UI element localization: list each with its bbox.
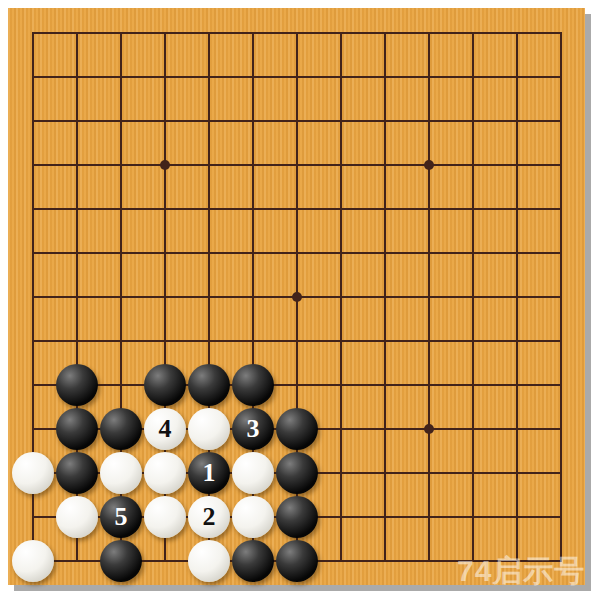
white-stone bbox=[232, 452, 274, 494]
black-stone bbox=[144, 364, 186, 406]
black-stone: 3 bbox=[232, 408, 274, 450]
black-stone bbox=[100, 540, 142, 582]
black-stone bbox=[276, 496, 318, 538]
board-intersection bbox=[231, 363, 275, 407]
white-stone: 4 bbox=[144, 408, 186, 450]
black-stone bbox=[56, 408, 98, 450]
board-intersection bbox=[231, 451, 275, 495]
move-number-label: 1 bbox=[203, 460, 216, 486]
go-board[interactable]: 43152 bbox=[8, 8, 585, 585]
board-intersection bbox=[187, 539, 231, 583]
move-number-label: 3 bbox=[247, 416, 260, 442]
move-number-label: 4 bbox=[159, 416, 172, 442]
white-stone bbox=[144, 452, 186, 494]
board-intersection bbox=[143, 451, 187, 495]
white-stone bbox=[12, 452, 54, 494]
board-intersection bbox=[99, 539, 143, 583]
move-number-label: 5 bbox=[115, 504, 128, 530]
black-stone bbox=[100, 408, 142, 450]
board-intersection bbox=[99, 451, 143, 495]
board-intersection: 5 bbox=[99, 495, 143, 539]
white-stone bbox=[188, 540, 230, 582]
black-stone: 5 bbox=[100, 496, 142, 538]
board-intersection bbox=[55, 363, 99, 407]
board-intersection bbox=[143, 495, 187, 539]
black-stone bbox=[232, 364, 274, 406]
white-stone bbox=[144, 496, 186, 538]
black-stone bbox=[232, 540, 274, 582]
board-intersection: 4 bbox=[143, 407, 187, 451]
go-diagram: 43152 74启示号 bbox=[0, 0, 600, 600]
board-intersection bbox=[275, 451, 319, 495]
board-intersection bbox=[99, 407, 143, 451]
board-intersection bbox=[231, 495, 275, 539]
black-stone bbox=[276, 452, 318, 494]
board-intersection: 3 bbox=[231, 407, 275, 451]
white-stone: 2 bbox=[188, 496, 230, 538]
white-stone bbox=[12, 540, 54, 582]
black-stone bbox=[56, 452, 98, 494]
white-stone bbox=[100, 452, 142, 494]
board-intersection bbox=[275, 495, 319, 539]
black-stone: 1 bbox=[188, 452, 230, 494]
board-intersection bbox=[55, 451, 99, 495]
board-intersection bbox=[11, 539, 55, 583]
white-stone bbox=[188, 408, 230, 450]
board-intersection bbox=[231, 539, 275, 583]
board-intersection bbox=[275, 407, 319, 451]
stones-layer: 43152 bbox=[11, 11, 583, 583]
board-intersection bbox=[11, 451, 55, 495]
board-intersection bbox=[55, 407, 99, 451]
board-intersection bbox=[55, 495, 99, 539]
black-stone bbox=[56, 364, 98, 406]
black-stone bbox=[276, 408, 318, 450]
board-intersection bbox=[187, 407, 231, 451]
white-stone bbox=[56, 496, 98, 538]
board-intersection bbox=[275, 539, 319, 583]
white-stone bbox=[232, 496, 274, 538]
board-intersection bbox=[187, 363, 231, 407]
move-number-label: 2 bbox=[203, 504, 216, 530]
black-stone bbox=[276, 540, 318, 582]
board-intersection: 2 bbox=[187, 495, 231, 539]
board-intersection: 1 bbox=[187, 451, 231, 495]
black-stone bbox=[188, 364, 230, 406]
board-intersection bbox=[143, 363, 187, 407]
